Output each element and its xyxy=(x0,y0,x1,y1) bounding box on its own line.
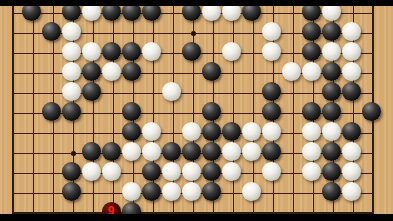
stone-white xyxy=(342,42,361,61)
stone-white xyxy=(82,42,101,61)
stone-black xyxy=(262,82,281,101)
stone-black xyxy=(62,162,81,181)
stone-white xyxy=(262,122,281,141)
stone-black xyxy=(302,42,321,61)
stone-black xyxy=(322,182,341,201)
stone-black xyxy=(202,162,221,181)
stone-white xyxy=(82,162,101,181)
stone-white xyxy=(322,42,341,61)
stone-white xyxy=(62,22,81,41)
stone-white xyxy=(222,142,241,161)
stone-black xyxy=(42,102,61,121)
stone-black xyxy=(122,62,141,81)
stone-black xyxy=(62,182,81,201)
stone-black xyxy=(82,82,101,101)
stone-white xyxy=(342,142,361,161)
video-frame: 9 xyxy=(0,0,393,221)
stone-white xyxy=(62,42,81,61)
stone-white xyxy=(122,182,141,201)
stone-white xyxy=(62,82,81,101)
stone-white xyxy=(162,162,181,181)
stone-black xyxy=(122,102,141,121)
stone-white xyxy=(262,42,281,61)
stone-black xyxy=(142,162,161,181)
stone-white xyxy=(182,162,201,181)
stone-white xyxy=(262,162,281,181)
stone-white xyxy=(102,62,121,81)
stone-white xyxy=(242,182,261,201)
stone-black xyxy=(322,102,341,121)
stone-white xyxy=(222,162,241,181)
stone-black xyxy=(362,102,381,121)
stone-black xyxy=(122,122,141,141)
stone-black xyxy=(102,42,121,61)
stone-black xyxy=(202,182,221,201)
letterbox-bottom-bar xyxy=(0,214,393,221)
stone-white xyxy=(162,182,181,201)
stone-black xyxy=(302,22,321,41)
stone-white xyxy=(182,182,201,201)
stone-black xyxy=(322,82,341,101)
stone-black xyxy=(182,142,201,161)
stone-black xyxy=(202,62,221,81)
stone-black xyxy=(202,142,221,161)
stone-white xyxy=(282,62,301,81)
stone-black xyxy=(202,102,221,121)
stone-black xyxy=(302,102,321,121)
stone-white xyxy=(222,42,241,61)
stone-black xyxy=(102,142,121,161)
letterbox-top-bar xyxy=(0,0,393,6)
stone-black xyxy=(262,102,281,121)
stone-white xyxy=(342,62,361,81)
stone-white xyxy=(322,122,341,141)
stone-white xyxy=(162,82,181,101)
stone-white xyxy=(102,162,121,181)
star-point xyxy=(191,31,196,36)
stone-black xyxy=(62,102,81,121)
go-board: 9 xyxy=(0,0,393,221)
stone-black xyxy=(162,142,181,161)
stone-black xyxy=(122,42,141,61)
stone-black xyxy=(322,162,341,181)
stone-black xyxy=(322,142,341,161)
stone-white xyxy=(302,162,321,181)
stone-white xyxy=(302,62,321,81)
stone-white xyxy=(342,162,361,181)
stone-white xyxy=(182,122,201,141)
stone-white xyxy=(142,142,161,161)
star-point xyxy=(71,151,76,156)
stone-white xyxy=(302,122,321,141)
stone-black xyxy=(222,122,241,141)
stone-white xyxy=(302,142,321,161)
stone-black xyxy=(262,142,281,161)
stone-black xyxy=(82,62,101,81)
stone-black xyxy=(342,122,361,141)
stone-black xyxy=(322,62,341,81)
stone-white xyxy=(142,122,161,141)
stone-black xyxy=(202,122,221,141)
stone-white xyxy=(242,142,261,161)
stone-white xyxy=(142,42,161,61)
stone-black xyxy=(342,82,361,101)
stone-black xyxy=(322,22,341,41)
stone-black xyxy=(182,42,201,61)
stone-white xyxy=(242,122,261,141)
stone-white xyxy=(62,62,81,81)
stone-black xyxy=(42,22,61,41)
stone-white xyxy=(122,142,141,161)
stone-white xyxy=(342,182,361,201)
stone-black xyxy=(82,142,101,161)
stone-white xyxy=(262,22,281,41)
stone-black xyxy=(142,182,161,201)
stone-white xyxy=(342,22,361,41)
